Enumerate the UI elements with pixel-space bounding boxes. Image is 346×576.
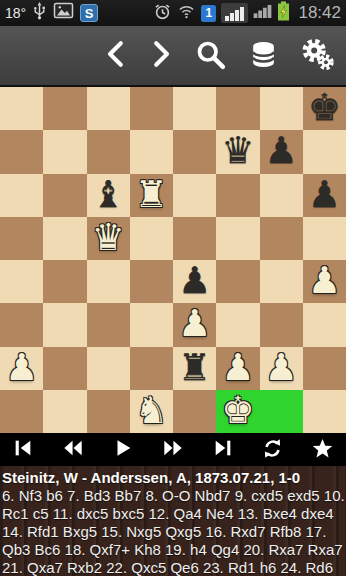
white-pawn: ♟: [216, 347, 259, 389]
square-h4[interactable]: ♟: [303, 260, 346, 303]
square-a1[interactable]: [0, 390, 43, 433]
s-app-icon: S: [80, 4, 98, 22]
square-h6[interactable]: ♟: [303, 174, 346, 217]
square-a3[interactable]: [0, 303, 43, 346]
square-h5[interactable]: [303, 217, 346, 260]
database-icon: [248, 39, 279, 73]
next-move-button[interactable]: [149, 39, 173, 72]
square-g8[interactable]: [260, 87, 303, 130]
black-rook: ♜: [173, 347, 216, 389]
temperature-indicator: 18°: [5, 6, 26, 20]
square-c4[interactable]: [87, 260, 130, 303]
status-bar[interactable]: 18° S: [0, 0, 346, 26]
move-line-5[interactable]: 21. Qxa7 Rxb2 22. Qxc5 Qe6 23. Rd1 h6 24…: [2, 559, 344, 576]
square-g3[interactable]: [260, 303, 303, 346]
white-pawn: ♟: [173, 303, 216, 345]
skip-to-start-button[interactable]: [12, 437, 34, 462]
square-h3[interactable]: [303, 303, 346, 346]
search-button[interactable]: [194, 38, 227, 74]
refresh-button[interactable]: [261, 437, 284, 463]
square-e7[interactable]: [173, 130, 216, 173]
square-d6[interactable]: ♜: [130, 174, 173, 217]
square-d5[interactable]: [130, 217, 173, 260]
square-e1[interactable]: [173, 390, 216, 433]
sim2-signal-icon: [253, 4, 272, 22]
square-g1[interactable]: [260, 390, 303, 433]
black-queen: ♛: [216, 130, 259, 172]
alarm-icon: [153, 2, 172, 25]
move-line-2[interactable]: Rc1 c5 11. dxc5 bxc5 12. Qa4 Ne4 13. Bxe…: [2, 505, 344, 523]
game-info-panel: Steinitz, W - Anderssen, A, 1873.07.21, …: [0, 466, 346, 576]
square-c5[interactable]: ♛: [87, 217, 130, 260]
square-f7[interactable]: ♛: [216, 130, 259, 173]
black-bishop: ♝: [87, 174, 130, 216]
skip-to-end-button[interactable]: [212, 437, 234, 462]
square-c7[interactable]: [87, 130, 130, 173]
square-a8[interactable]: [0, 87, 43, 130]
square-a2[interactable]: ♟: [0, 347, 43, 390]
square-c6[interactable]: ♝: [87, 174, 130, 217]
square-g7[interactable]: ♟: [260, 130, 303, 173]
square-b8[interactable]: [43, 87, 86, 130]
black-pawn: ♟: [260, 130, 303, 172]
play-button[interactable]: [112, 437, 134, 462]
white-knight: ♞: [130, 390, 173, 432]
square-g5[interactable]: [260, 217, 303, 260]
square-b5[interactable]: [43, 217, 86, 260]
notification-badge: 1: [201, 5, 216, 22]
square-e6[interactable]: [173, 174, 216, 217]
play-icon: [112, 437, 134, 462]
gallery-icon: [53, 2, 74, 24]
square-e3[interactable]: ♟: [173, 303, 216, 346]
chevron-right-icon: [149, 39, 173, 72]
skip-to-end-icon: [212, 437, 234, 462]
settings-gears-icon: [300, 37, 334, 74]
move-line-4[interactable]: Qb3 Bc6 18. Qxf7+ Kh8 19. h4 Qg4 20. Rxa…: [2, 541, 344, 559]
square-h7[interactable]: [303, 130, 346, 173]
square-h1[interactable]: [303, 390, 346, 433]
search-icon: [194, 38, 227, 74]
square-a7[interactable]: [0, 130, 43, 173]
usb-icon: [32, 1, 47, 25]
move-line-1[interactable]: 6. Nf3 b6 7. Bd3 Bb7 8. O-O Nbd7 9. cxd5…: [2, 487, 344, 505]
black-pawn: ♟: [303, 174, 346, 216]
square-e4[interactable]: ♟: [173, 260, 216, 303]
square-f3[interactable]: [216, 303, 259, 346]
white-queen: ♛: [87, 217, 130, 259]
square-c2[interactable]: [87, 347, 130, 390]
square-e8[interactable]: [173, 87, 216, 130]
move-list[interactable]: 6. Nf3 b6 7. Bd3 Bb7 8. O-O Nbd7 9. cxd5…: [2, 487, 344, 576]
refresh-icon: [261, 437, 284, 463]
square-h8[interactable]: ♚: [303, 87, 346, 130]
sim1-signal-icon: [221, 3, 248, 23]
square-h2[interactable]: [303, 347, 346, 390]
square-b1[interactable]: [43, 390, 86, 433]
square-b2[interactable]: [43, 347, 86, 390]
favorite-button[interactable]: [311, 437, 334, 463]
white-pawn: ♟: [0, 347, 43, 389]
square-g6[interactable]: [260, 174, 303, 217]
square-c1[interactable]: [87, 390, 130, 433]
square-f6[interactable]: [216, 174, 259, 217]
previous-move-button[interactable]: [104, 39, 128, 72]
square-g4[interactable]: [260, 260, 303, 303]
fast-forward-button[interactable]: [161, 437, 185, 462]
rewind-button[interactable]: [61, 437, 85, 462]
square-d7[interactable]: [130, 130, 173, 173]
square-f8[interactable]: [216, 87, 259, 130]
database-button[interactable]: [248, 39, 279, 73]
white-king: ♚: [216, 390, 259, 432]
square-e2[interactable]: ♜: [173, 347, 216, 390]
square-d3[interactable]: [130, 303, 173, 346]
square-c8[interactable]: [87, 87, 130, 130]
square-b3[interactable]: [43, 303, 86, 346]
square-f1[interactable]: ♚: [216, 390, 259, 433]
square-e5[interactable]: [173, 217, 216, 260]
square-f5[interactable]: [216, 217, 259, 260]
skip-to-start-icon: [12, 437, 34, 462]
square-d1[interactable]: ♞: [130, 390, 173, 433]
square-a6[interactable]: [0, 174, 43, 217]
square-f2[interactable]: ♟: [216, 347, 259, 390]
playback-bar: [0, 433, 346, 466]
fast-forward-icon: [161, 437, 185, 462]
move-line-3[interactable]: 14. Rfd1 Bxg5 15. Nxg5 Qxg5 16. Rxd7 Rfb…: [2, 523, 344, 541]
square-a4[interactable]: [0, 260, 43, 303]
square-c3[interactable]: [87, 303, 130, 346]
white-pawn: ♟: [260, 347, 303, 389]
white-rook: ♜: [130, 174, 173, 216]
black-pawn: ♟: [173, 260, 216, 302]
square-d2[interactable]: [130, 347, 173, 390]
square-f4[interactable]: [216, 260, 259, 303]
battery-icon: [277, 1, 290, 25]
square-d8[interactable]: [130, 87, 173, 130]
square-d4[interactable]: [130, 260, 173, 303]
black-king: ♚: [303, 87, 346, 129]
rewind-icon: [61, 437, 85, 462]
square-a5[interactable]: [0, 217, 43, 260]
chess-board: ♚♛♟♝♜♟♛♟♟♟♟♜♟♟♞♚: [0, 87, 346, 433]
settings-button[interactable]: [300, 37, 334, 74]
game-header: Steinitz, W - Anderssen, A, 1873.07.21, …: [2, 468, 344, 487]
square-b7[interactable]: [43, 130, 86, 173]
toolbar: [0, 26, 346, 87]
chevron-left-icon: [104, 39, 128, 72]
wifi-transfer-icon: [177, 2, 196, 25]
square-b6[interactable]: [43, 174, 86, 217]
star-icon: [311, 437, 334, 463]
status-bar-right: 1 18:42: [153, 1, 341, 25]
square-g2[interactable]: ♟: [260, 347, 303, 390]
white-pawn: ♟: [303, 260, 346, 302]
square-b4[interactable]: [43, 260, 86, 303]
clock-time: 18:42: [298, 3, 341, 23]
chess-app-screen: 18° S: [0, 0, 346, 576]
